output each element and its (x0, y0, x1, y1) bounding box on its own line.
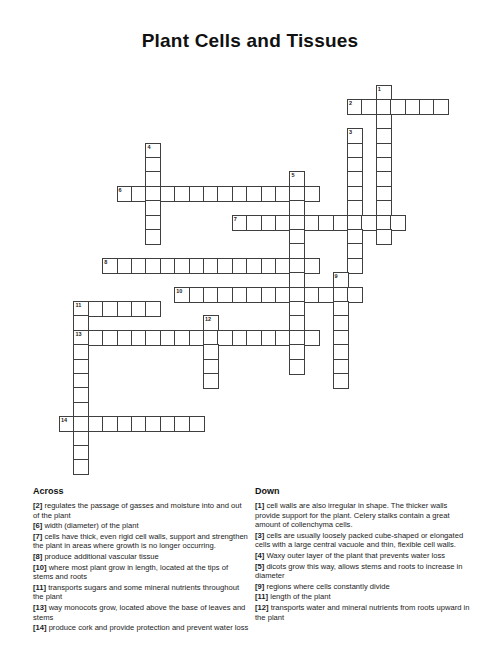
clue-label: [3] (255, 531, 264, 540)
clue-label: [9] (255, 582, 264, 591)
clue-number: 4 (147, 144, 150, 150)
clue-item: [4] Waxy outer layer of the plant that p… (255, 551, 471, 561)
clue-item: [7] cells have thick, even rigid cell wa… (33, 532, 249, 551)
crossword-grid: 1234567891011121314 (0, 0, 500, 480)
clue-label: [1] (255, 501, 264, 510)
grid-cell[interactable] (347, 287, 363, 303)
clue-label: [11] (33, 583, 46, 592)
clue-item: [14] produce cork and provide protection… (33, 623, 249, 633)
clue-label: [12] (255, 603, 269, 612)
grid-cell[interactable] (304, 186, 320, 202)
clue-item: [9] regions where cells constantly divid… (255, 582, 471, 592)
clue-label: [11] (255, 592, 268, 601)
down-header: Down (255, 486, 471, 496)
clue-label: [7] (33, 532, 42, 541)
clue-number: 10 (176, 288, 182, 294)
clue-number: 13 (75, 331, 81, 337)
clue-item: [8] produce additional vascular tissue (33, 552, 249, 562)
clue-number: 12 (205, 316, 211, 322)
clue-label: [6] (33, 521, 42, 530)
clue-label: [14] (33, 623, 47, 632)
clue-item: [12] transports water and mineral nutrie… (255, 603, 471, 622)
clue-item: [11] transports sugars and some mineral … (33, 583, 249, 602)
clue-item: [6] width (diameter) of the plant (33, 521, 249, 531)
clue-label: [4] (255, 551, 264, 560)
across-clue-list: [2] regulates the passage of gasses and … (33, 501, 249, 633)
clue-number: 5 (291, 172, 294, 178)
clue-number: 6 (119, 187, 122, 193)
clue-item: [2] regulates the passage of gasses and … (33, 501, 249, 520)
clue-item: [5] dicots grow this way, allows stems a… (255, 562, 471, 581)
clue-number: 8 (104, 259, 107, 265)
down-clues: Down [1] cell walls are also irregular i… (255, 486, 471, 623)
clue-item: [1] cell walls are also irregular in sha… (255, 501, 471, 530)
clue-label: [5] (255, 562, 264, 571)
clue-item: [11] length of the plant (255, 592, 471, 602)
clue-number: 2 (349, 100, 352, 106)
clue-number: 7 (234, 216, 237, 222)
clue-number: 11 (75, 302, 81, 308)
clue-number: 14 (61, 417, 67, 423)
grid-cell[interactable] (203, 373, 219, 389)
grid-cell[interactable] (433, 99, 449, 115)
grid-cell[interactable] (390, 215, 406, 231)
grid-cell[interactable] (304, 258, 320, 274)
grid-cell[interactable] (347, 258, 363, 274)
clue-item: [3] cells are usually loosely packed cub… (255, 531, 471, 550)
clue-number: 1 (378, 86, 381, 92)
grid-cell[interactable] (304, 330, 320, 346)
clue-item: [13] way monocots grow, located above th… (33, 603, 249, 622)
crossword-page: Plant Cells and Tissues 1234567891011121… (0, 0, 500, 647)
grid-cell[interactable] (145, 301, 161, 317)
grid-cell[interactable] (189, 416, 205, 432)
clue-number: 9 (335, 273, 338, 279)
grid-cell[interactable] (333, 373, 349, 389)
grid-cell[interactable] (145, 229, 161, 245)
clue-label: [10] (33, 563, 47, 572)
clue-item: [10] where most plant grow in length, lo… (33, 563, 249, 582)
clue-label: [8] (33, 552, 42, 561)
grid-cell[interactable] (376, 229, 392, 245)
clue-number: 3 (349, 129, 352, 135)
across-header: Across (33, 486, 249, 496)
grid-cell[interactable] (73, 459, 89, 475)
down-clue-list: [1] cell walls are also irregular in sha… (255, 501, 471, 622)
across-clues: Across [2] regulates the passage of gass… (33, 486, 249, 634)
grid-cell[interactable] (289, 359, 305, 375)
clue-label: [2] (33, 501, 42, 510)
clue-label: [13] (33, 603, 47, 612)
